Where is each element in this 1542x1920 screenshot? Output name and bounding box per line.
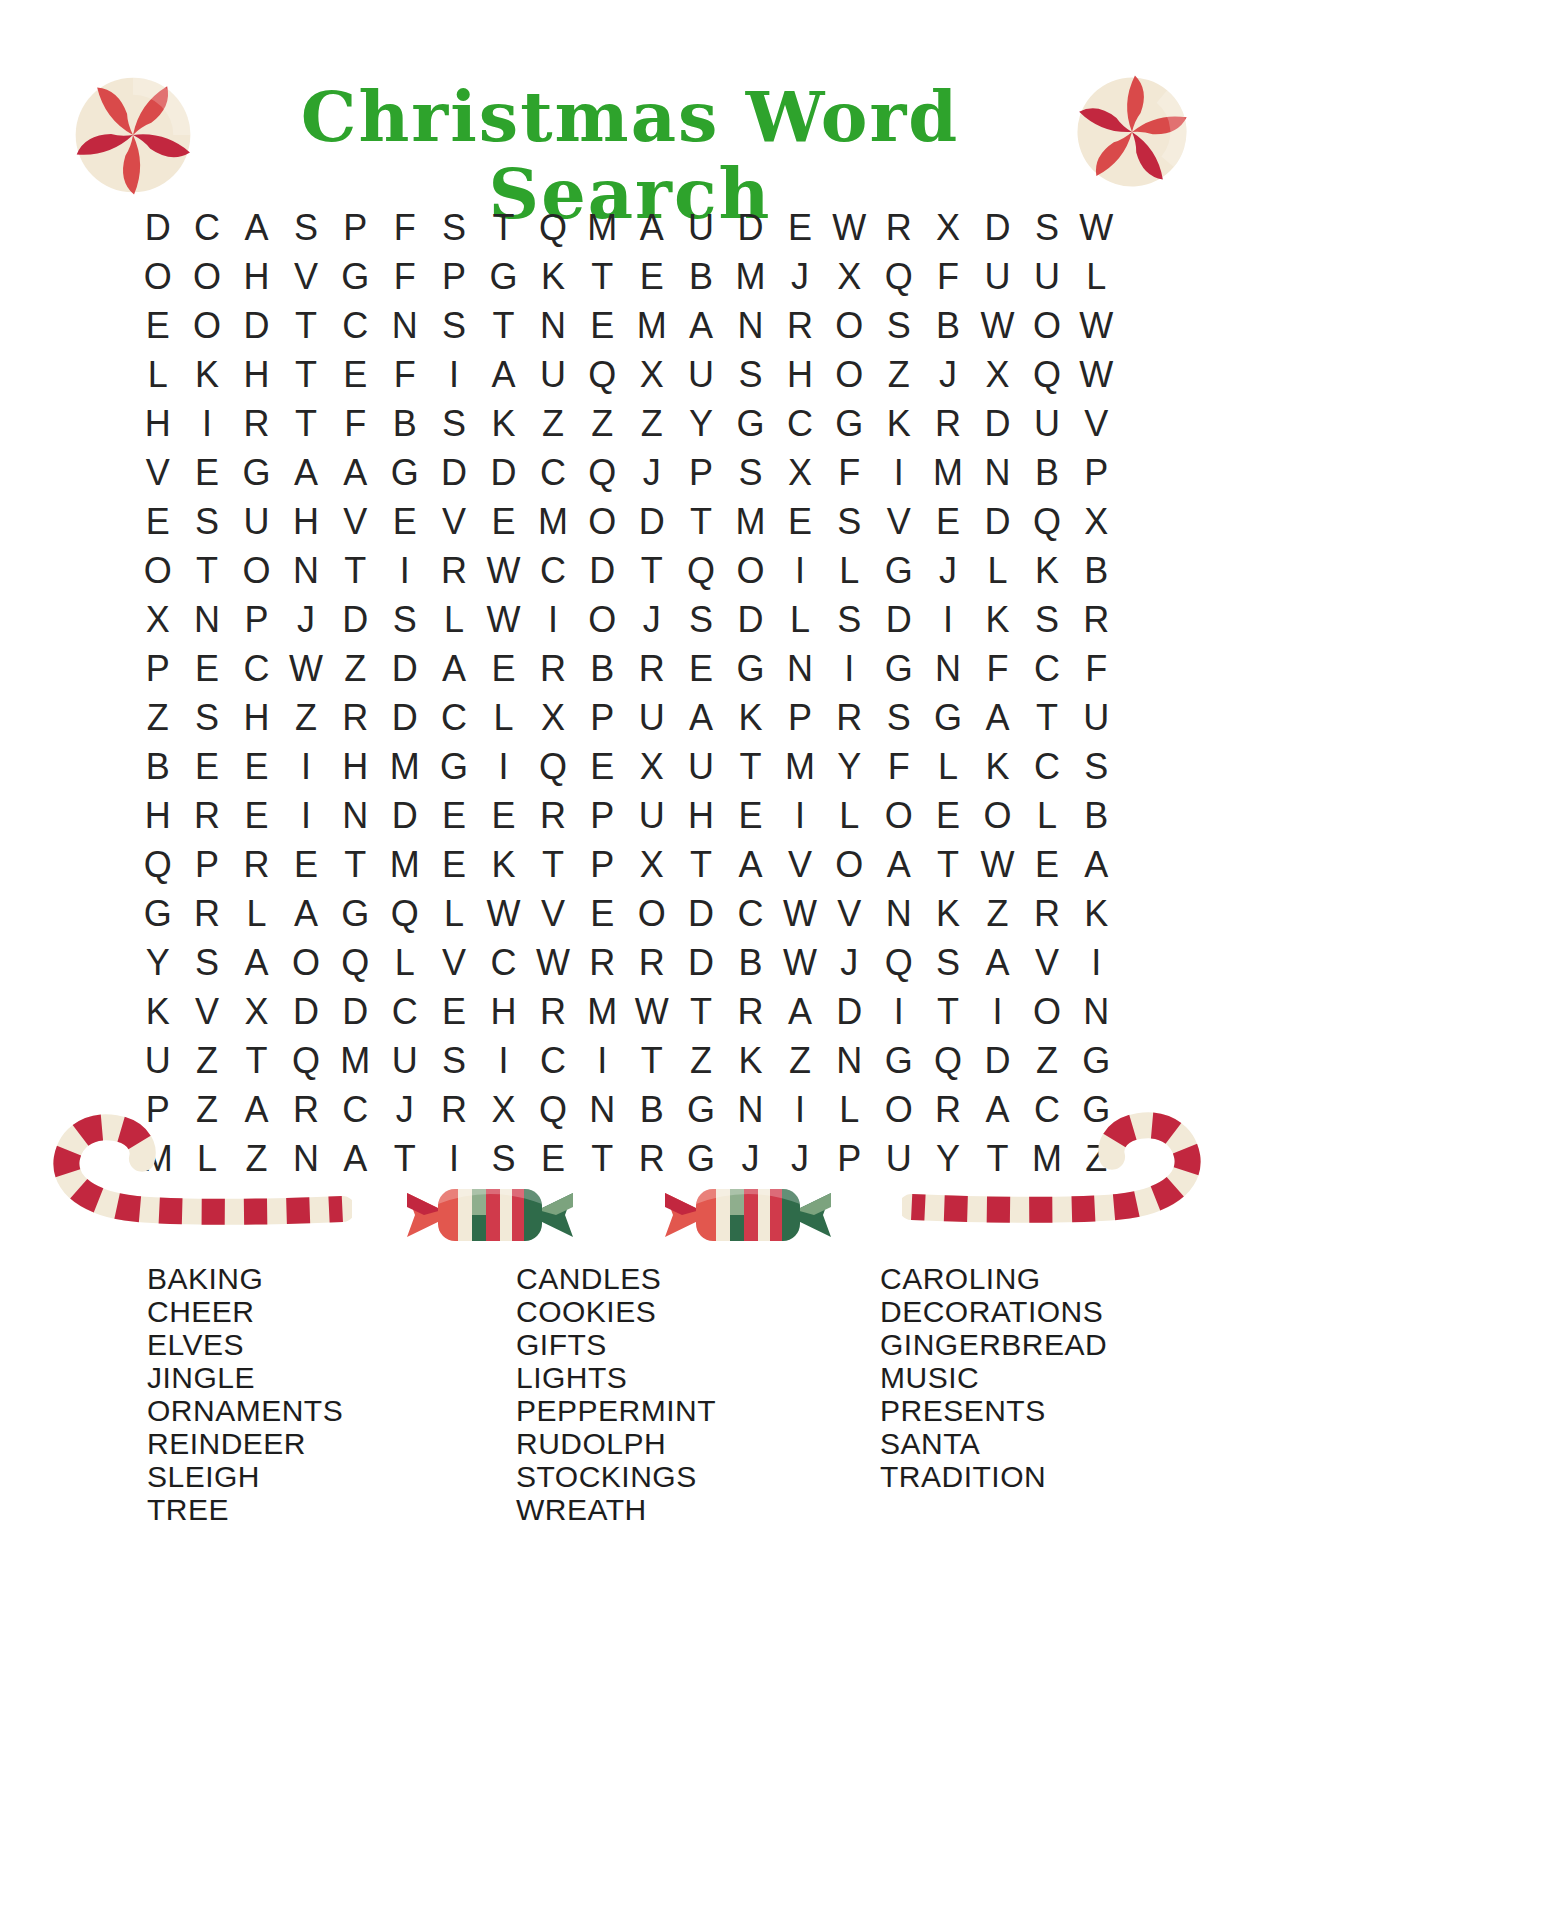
grid-cell-r3c3[interactable]: D [232, 301, 281, 350]
grid-cell-r13c1[interactable]: H [133, 791, 182, 840]
grid-cell-r3c1[interactable]: E [133, 301, 182, 350]
grid-cell-r18c13[interactable]: K [726, 1036, 775, 1085]
grid-cell-r10c7[interactable]: A [429, 644, 478, 693]
grid-cell-r17c20[interactable]: N [1072, 987, 1121, 1036]
grid-cell-r5c14[interactable]: C [775, 399, 824, 448]
grid-cell-r15c19[interactable]: R [1022, 889, 1071, 938]
grid-cell-r3c7[interactable]: S [429, 301, 478, 350]
grid-cell-r17c9[interactable]: R [528, 987, 577, 1036]
grid-cell-r6c14[interactable]: X [775, 448, 824, 497]
grid-cell-r13c18[interactable]: O [973, 791, 1022, 840]
grid-cell-r4c15[interactable]: O [825, 350, 874, 399]
grid-cell-r6c1[interactable]: V [133, 448, 182, 497]
grid-cell-r5c5[interactable]: F [331, 399, 380, 448]
grid-cell-r14c2[interactable]: P [182, 840, 231, 889]
grid-cell-r8c1[interactable]: O [133, 546, 182, 595]
grid-cell-r1c17[interactable]: X [923, 203, 972, 252]
grid-cell-r7c7[interactable]: V [429, 497, 478, 546]
grid-cell-r11c5[interactable]: R [331, 693, 380, 742]
grid-cell-r12c8[interactable]: I [479, 742, 528, 791]
grid-cell-r9c7[interactable]: L [429, 595, 478, 644]
grid-cell-r6c6[interactable]: G [380, 448, 429, 497]
grid-cell-r5c9[interactable]: Z [528, 399, 577, 448]
grid-cell-r1c15[interactable]: W [825, 203, 874, 252]
grid-cell-r13c10[interactable]: P [578, 791, 627, 840]
grid-cell-r11c17[interactable]: G [923, 693, 972, 742]
grid-cell-r9c9[interactable]: I [528, 595, 577, 644]
grid-cell-r14c16[interactable]: A [874, 840, 923, 889]
grid-cell-r8c13[interactable]: O [726, 546, 775, 595]
grid-cell-r19c11[interactable]: B [627, 1085, 676, 1134]
grid-cell-r13c19[interactable]: L [1022, 791, 1071, 840]
grid-cell-r2c3[interactable]: H [232, 252, 281, 301]
grid-cell-r7c8[interactable]: E [479, 497, 528, 546]
grid-cell-r1c10[interactable]: M [578, 203, 627, 252]
grid-cell-r17c4[interactable]: D [281, 987, 330, 1036]
grid-cell-r8c6[interactable]: I [380, 546, 429, 595]
grid-cell-r15c4[interactable]: A [281, 889, 330, 938]
grid-cell-r7c3[interactable]: U [232, 497, 281, 546]
grid-cell-r12c14[interactable]: M [775, 742, 824, 791]
grid-cell-r2c13[interactable]: M [726, 252, 775, 301]
grid-cell-r8c11[interactable]: T [627, 546, 676, 595]
grid-cell-r12c17[interactable]: L [923, 742, 972, 791]
grid-cell-r2c6[interactable]: F [380, 252, 429, 301]
grid-cell-r13c7[interactable]: E [429, 791, 478, 840]
grid-cell-r10c3[interactable]: C [232, 644, 281, 693]
grid-cell-r16c9[interactable]: W [528, 938, 577, 987]
grid-cell-r4c7[interactable]: I [429, 350, 478, 399]
grid-cell-r1c13[interactable]: D [726, 203, 775, 252]
grid-cell-r20c7[interactable]: I [429, 1134, 478, 1183]
grid-cell-r15c18[interactable]: Z [973, 889, 1022, 938]
grid-cell-r16c5[interactable]: Q [331, 938, 380, 987]
grid-cell-r2c10[interactable]: T [578, 252, 627, 301]
grid-cell-r4c3[interactable]: H [232, 350, 281, 399]
grid-cell-r18c9[interactable]: C [528, 1036, 577, 1085]
grid-cell-r11c20[interactable]: U [1072, 693, 1121, 742]
grid-cell-r16c19[interactable]: V [1022, 938, 1071, 987]
grid-cell-r7c19[interactable]: Q [1022, 497, 1071, 546]
grid-cell-r11c11[interactable]: U [627, 693, 676, 742]
grid-cell-r9c13[interactable]: D [726, 595, 775, 644]
grid-cell-r9c20[interactable]: R [1072, 595, 1121, 644]
grid-cell-r3c18[interactable]: W [973, 301, 1022, 350]
grid-cell-r5c1[interactable]: H [133, 399, 182, 448]
grid-cell-r14c20[interactable]: A [1072, 840, 1121, 889]
grid-cell-r6c13[interactable]: S [726, 448, 775, 497]
grid-cell-r3c14[interactable]: R [775, 301, 824, 350]
grid-cell-r4c17[interactable]: J [923, 350, 972, 399]
grid-cell-r1c7[interactable]: S [429, 203, 478, 252]
grid-cell-r7c20[interactable]: X [1072, 497, 1121, 546]
grid-cell-r7c17[interactable]: E [923, 497, 972, 546]
grid-cell-r4c18[interactable]: X [973, 350, 1022, 399]
grid-cell-r15c11[interactable]: O [627, 889, 676, 938]
grid-cell-r6c18[interactable]: N [973, 448, 1022, 497]
grid-cell-r11c1[interactable]: Z [133, 693, 182, 742]
grid-cell-r3c6[interactable]: N [380, 301, 429, 350]
grid-cell-r9c8[interactable]: W [479, 595, 528, 644]
grid-cell-r13c3[interactable]: E [232, 791, 281, 840]
grid-cell-r9c11[interactable]: J [627, 595, 676, 644]
grid-cell-r7c10[interactable]: O [578, 497, 627, 546]
grid-cell-r19c6[interactable]: J [380, 1085, 429, 1134]
grid-cell-r6c20[interactable]: P [1072, 448, 1121, 497]
grid-cell-r5c17[interactable]: R [923, 399, 972, 448]
grid-cell-r9c18[interactable]: K [973, 595, 1022, 644]
grid-cell-r19c12[interactable]: G [676, 1085, 725, 1134]
grid-cell-r14c14[interactable]: V [775, 840, 824, 889]
grid-cell-r2c20[interactable]: L [1072, 252, 1121, 301]
grid-cell-r11c19[interactable]: T [1022, 693, 1071, 742]
grid-cell-r18c10[interactable]: I [578, 1036, 627, 1085]
grid-cell-r12c13[interactable]: T [726, 742, 775, 791]
grid-cell-r6c5[interactable]: A [331, 448, 380, 497]
grid-cell-r12c11[interactable]: X [627, 742, 676, 791]
grid-cell-r16c7[interactable]: V [429, 938, 478, 987]
grid-cell-r15c17[interactable]: K [923, 889, 972, 938]
grid-cell-r19c8[interactable]: X [479, 1085, 528, 1134]
grid-cell-r15c5[interactable]: G [331, 889, 380, 938]
grid-cell-r1c20[interactable]: W [1072, 203, 1121, 252]
grid-cell-r3c9[interactable]: N [528, 301, 577, 350]
grid-cell-r10c17[interactable]: N [923, 644, 972, 693]
grid-cell-r11c8[interactable]: L [479, 693, 528, 742]
grid-cell-r7c5[interactable]: V [331, 497, 380, 546]
grid-cell-r13c14[interactable]: I [775, 791, 824, 840]
grid-cell-r6c3[interactable]: G [232, 448, 281, 497]
grid-cell-r1c19[interactable]: S [1022, 203, 1071, 252]
grid-cell-r8c7[interactable]: R [429, 546, 478, 595]
grid-cell-r6c19[interactable]: B [1022, 448, 1071, 497]
grid-cell-r10c11[interactable]: R [627, 644, 676, 693]
grid-cell-r18c11[interactable]: T [627, 1036, 676, 1085]
grid-cell-r17c14[interactable]: A [775, 987, 824, 1036]
grid-cell-r15c1[interactable]: G [133, 889, 182, 938]
grid-cell-r2c5[interactable]: G [331, 252, 380, 301]
grid-cell-r10c10[interactable]: B [578, 644, 627, 693]
grid-cell-r15c6[interactable]: Q [380, 889, 429, 938]
grid-cell-r10c2[interactable]: E [182, 644, 231, 693]
grid-cell-r9c16[interactable]: D [874, 595, 923, 644]
grid-cell-r7c9[interactable]: M [528, 497, 577, 546]
grid-cell-r9c6[interactable]: S [380, 595, 429, 644]
grid-cell-r13c4[interactable]: I [281, 791, 330, 840]
grid-cell-r19c14[interactable]: I [775, 1085, 824, 1134]
grid-cell-r14c1[interactable]: Q [133, 840, 182, 889]
grid-cell-r17c7[interactable]: E [429, 987, 478, 1036]
grid-cell-r17c19[interactable]: O [1022, 987, 1071, 1036]
grid-cell-r8c4[interactable]: N [281, 546, 330, 595]
grid-cell-r9c15[interactable]: S [825, 595, 874, 644]
grid-cell-r6c12[interactable]: P [676, 448, 725, 497]
grid-cell-r6c11[interactable]: J [627, 448, 676, 497]
grid-cell-r3c12[interactable]: A [676, 301, 725, 350]
grid-cell-r16c20[interactable]: I [1072, 938, 1121, 987]
grid-cell-r4c19[interactable]: Q [1022, 350, 1071, 399]
grid-cell-r4c4[interactable]: T [281, 350, 330, 399]
grid-cell-r13c13[interactable]: E [726, 791, 775, 840]
grid-cell-r2c16[interactable]: Q [874, 252, 923, 301]
grid-cell-r8c19[interactable]: K [1022, 546, 1071, 595]
grid-cell-r4c8[interactable]: A [479, 350, 528, 399]
grid-cell-r20c12[interactable]: G [676, 1134, 725, 1183]
grid-cell-r2c15[interactable]: X [825, 252, 874, 301]
grid-cell-r4c2[interactable]: K [182, 350, 231, 399]
grid-cell-r18c7[interactable]: S [429, 1036, 478, 1085]
grid-cell-r4c20[interactable]: W [1072, 350, 1121, 399]
grid-cell-r12c12[interactable]: U [676, 742, 725, 791]
grid-cell-r16c18[interactable]: A [973, 938, 1022, 987]
grid-cell-r10c5[interactable]: Z [331, 644, 380, 693]
grid-cell-r3c2[interactable]: O [182, 301, 231, 350]
grid-cell-r9c5[interactable]: D [331, 595, 380, 644]
grid-cell-r6c9[interactable]: C [528, 448, 577, 497]
grid-cell-r18c3[interactable]: T [232, 1036, 281, 1085]
grid-cell-r14c10[interactable]: P [578, 840, 627, 889]
grid-cell-r12c1[interactable]: B [133, 742, 182, 791]
grid-cell-r10c15[interactable]: I [825, 644, 874, 693]
grid-cell-r18c2[interactable]: Z [182, 1036, 231, 1085]
grid-cell-r1c4[interactable]: S [281, 203, 330, 252]
grid-cell-r7c6[interactable]: E [380, 497, 429, 546]
grid-cell-r17c18[interactable]: I [973, 987, 1022, 1036]
grid-cell-r10c19[interactable]: C [1022, 644, 1071, 693]
grid-cell-r2c4[interactable]: V [281, 252, 330, 301]
grid-cell-r2c17[interactable]: F [923, 252, 972, 301]
grid-cell-r2c7[interactable]: P [429, 252, 478, 301]
grid-cell-r7c15[interactable]: S [825, 497, 874, 546]
grid-cell-r15c10[interactable]: E [578, 889, 627, 938]
grid-cell-r10c16[interactable]: G [874, 644, 923, 693]
grid-cell-r5c10[interactable]: Z [578, 399, 627, 448]
grid-cell-r10c13[interactable]: G [726, 644, 775, 693]
grid-cell-r4c9[interactable]: U [528, 350, 577, 399]
grid-cell-r17c5[interactable]: D [331, 987, 380, 1036]
grid-cell-r17c1[interactable]: K [133, 987, 182, 1036]
grid-cell-r5c4[interactable]: T [281, 399, 330, 448]
grid-cell-r18c18[interactable]: D [973, 1036, 1022, 1085]
grid-cell-r8c3[interactable]: O [232, 546, 281, 595]
grid-cell-r17c6[interactable]: C [380, 987, 429, 1036]
grid-cell-r3c20[interactable]: W [1072, 301, 1121, 350]
grid-cell-r1c12[interactable]: U [676, 203, 725, 252]
grid-cell-r13c8[interactable]: E [479, 791, 528, 840]
grid-cell-r14c12[interactable]: T [676, 840, 725, 889]
grid-cell-r1c9[interactable]: Q [528, 203, 577, 252]
grid-cell-r2c9[interactable]: K [528, 252, 577, 301]
grid-cell-r18c19[interactable]: Z [1022, 1036, 1071, 1085]
grid-cell-r20c8[interactable]: S [479, 1134, 528, 1183]
grid-cell-r8c2[interactable]: T [182, 546, 231, 595]
grid-cell-r20c10[interactable]: T [578, 1134, 627, 1183]
grid-cell-r5c20[interactable]: V [1072, 399, 1121, 448]
grid-cell-r17c17[interactable]: T [923, 987, 972, 1036]
grid-cell-r6c16[interactable]: I [874, 448, 923, 497]
grid-cell-r4c5[interactable]: E [331, 350, 380, 399]
grid-cell-r8c17[interactable]: J [923, 546, 972, 595]
grid-cell-r16c1[interactable]: Y [133, 938, 182, 987]
grid-cell-r14c15[interactable]: O [825, 840, 874, 889]
grid-cell-r10c9[interactable]: R [528, 644, 577, 693]
grid-cell-r11c6[interactable]: D [380, 693, 429, 742]
grid-cell-r16c4[interactable]: O [281, 938, 330, 987]
grid-cell-r16c6[interactable]: L [380, 938, 429, 987]
grid-cell-r10c8[interactable]: E [479, 644, 528, 693]
grid-cell-r5c3[interactable]: R [232, 399, 281, 448]
grid-cell-r12c4[interactable]: I [281, 742, 330, 791]
grid-cell-r4c12[interactable]: U [676, 350, 725, 399]
grid-cell-r3c5[interactable]: C [331, 301, 380, 350]
grid-cell-r14c5[interactable]: T [331, 840, 380, 889]
grid-cell-r18c20[interactable]: G [1072, 1036, 1121, 1085]
grid-cell-r8c16[interactable]: G [874, 546, 923, 595]
grid-cell-r20c15[interactable]: P [825, 1134, 874, 1183]
grid-cell-r20c14[interactable]: J [775, 1134, 824, 1183]
grid-cell-r15c8[interactable]: W [479, 889, 528, 938]
grid-cell-r14c19[interactable]: E [1022, 840, 1071, 889]
grid-cell-r11c9[interactable]: X [528, 693, 577, 742]
grid-cell-r1c6[interactable]: F [380, 203, 429, 252]
grid-cell-r14c7[interactable]: E [429, 840, 478, 889]
grid-cell-r17c12[interactable]: T [676, 987, 725, 1036]
grid-cell-r4c11[interactable]: X [627, 350, 676, 399]
grid-cell-r14c18[interactable]: W [973, 840, 1022, 889]
grid-cell-r6c7[interactable]: D [429, 448, 478, 497]
grid-cell-r10c18[interactable]: F [973, 644, 1022, 693]
grid-cell-r14c6[interactable]: M [380, 840, 429, 889]
grid-cell-r15c7[interactable]: L [429, 889, 478, 938]
grid-cell-r12c10[interactable]: E [578, 742, 627, 791]
grid-cell-r10c4[interactable]: W [281, 644, 330, 693]
grid-cell-r6c17[interactable]: M [923, 448, 972, 497]
grid-cell-r2c8[interactable]: G [479, 252, 528, 301]
grid-cell-r13c20[interactable]: B [1072, 791, 1121, 840]
grid-cell-r2c11[interactable]: E [627, 252, 676, 301]
grid-cell-r15c9[interactable]: V [528, 889, 577, 938]
grid-cell-r14c3[interactable]: R [232, 840, 281, 889]
grid-cell-r2c2[interactable]: O [182, 252, 231, 301]
grid-cell-r5c12[interactable]: Y [676, 399, 725, 448]
grid-cell-r1c2[interactable]: C [182, 203, 231, 252]
grid-cell-r11c13[interactable]: K [726, 693, 775, 742]
grid-cell-r2c19[interactable]: U [1022, 252, 1071, 301]
grid-cell-r17c15[interactable]: D [825, 987, 874, 1036]
grid-cell-r13c2[interactable]: R [182, 791, 231, 840]
grid-cell-r4c16[interactable]: Z [874, 350, 923, 399]
grid-cell-r15c16[interactable]: N [874, 889, 923, 938]
grid-cell-r3c13[interactable]: N [726, 301, 775, 350]
grid-cell-r16c13[interactable]: B [726, 938, 775, 987]
grid-cell-r3c8[interactable]: T [479, 301, 528, 350]
grid-cell-r8c15[interactable]: L [825, 546, 874, 595]
grid-cell-r9c12[interactable]: S [676, 595, 725, 644]
grid-cell-r1c5[interactable]: P [331, 203, 380, 252]
grid-cell-r1c18[interactable]: D [973, 203, 1022, 252]
grid-cell-r6c4[interactable]: A [281, 448, 330, 497]
grid-cell-r11c18[interactable]: A [973, 693, 1022, 742]
grid-cell-r4c10[interactable]: Q [578, 350, 627, 399]
grid-cell-r6c15[interactable]: F [825, 448, 874, 497]
grid-cell-r11c12[interactable]: A [676, 693, 725, 742]
grid-cell-r16c14[interactable]: W [775, 938, 824, 987]
grid-cell-r6c8[interactable]: D [479, 448, 528, 497]
grid-cell-r5c11[interactable]: Z [627, 399, 676, 448]
grid-cell-r17c16[interactable]: I [874, 987, 923, 1036]
grid-cell-r8c8[interactable]: W [479, 546, 528, 595]
grid-cell-r18c8[interactable]: I [479, 1036, 528, 1085]
grid-cell-r15c3[interactable]: L [232, 889, 281, 938]
grid-cell-r13c17[interactable]: E [923, 791, 972, 840]
grid-cell-r12c2[interactable]: E [182, 742, 231, 791]
grid-cell-r3c4[interactable]: T [281, 301, 330, 350]
grid-cell-r10c14[interactable]: N [775, 644, 824, 693]
grid-cell-r2c12[interactable]: B [676, 252, 725, 301]
grid-cell-r12c3[interactable]: E [232, 742, 281, 791]
grid-cell-r18c14[interactable]: Z [775, 1036, 824, 1085]
grid-cell-r15c2[interactable]: R [182, 889, 231, 938]
grid-cell-r17c11[interactable]: W [627, 987, 676, 1036]
grid-cell-r16c12[interactable]: D [676, 938, 725, 987]
grid-cell-r18c6[interactable]: U [380, 1036, 429, 1085]
grid-cell-r17c2[interactable]: V [182, 987, 231, 1036]
grid-cell-r9c10[interactable]: O [578, 595, 627, 644]
grid-cell-r7c11[interactable]: D [627, 497, 676, 546]
grid-cell-r12c18[interactable]: K [973, 742, 1022, 791]
grid-cell-r1c3[interactable]: A [232, 203, 281, 252]
grid-cell-r13c12[interactable]: H [676, 791, 725, 840]
grid-cell-r8c12[interactable]: Q [676, 546, 725, 595]
grid-cell-r16c15[interactable]: J [825, 938, 874, 987]
grid-cell-r16c16[interactable]: Q [874, 938, 923, 987]
grid-cell-r14c17[interactable]: T [923, 840, 972, 889]
grid-cell-r8c10[interactable]: D [578, 546, 627, 595]
grid-cell-r20c9[interactable]: E [528, 1134, 577, 1183]
grid-cell-r16c10[interactable]: R [578, 938, 627, 987]
grid-cell-r14c9[interactable]: T [528, 840, 577, 889]
grid-cell-r8c14[interactable]: I [775, 546, 824, 595]
grid-cell-r20c11[interactable]: R [627, 1134, 676, 1183]
grid-cell-r1c14[interactable]: E [775, 203, 824, 252]
grid-cell-r18c1[interactable]: U [133, 1036, 182, 1085]
grid-cell-r19c9[interactable]: Q [528, 1085, 577, 1134]
grid-cell-r3c10[interactable]: E [578, 301, 627, 350]
grid-cell-r11c14[interactable]: P [775, 693, 824, 742]
grid-cell-r11c2[interactable]: S [182, 693, 231, 742]
grid-cell-r11c10[interactable]: P [578, 693, 627, 742]
grid-cell-r7c4[interactable]: H [281, 497, 330, 546]
grid-cell-r3c19[interactable]: O [1022, 301, 1071, 350]
grid-cell-r5c13[interactable]: G [726, 399, 775, 448]
grid-cell-r1c16[interactable]: R [874, 203, 923, 252]
grid-cell-r12c9[interactable]: Q [528, 742, 577, 791]
grid-cell-r5c6[interactable]: B [380, 399, 429, 448]
grid-cell-r12c16[interactable]: F [874, 742, 923, 791]
grid-cell-r11c16[interactable]: S [874, 693, 923, 742]
grid-cell-r14c8[interactable]: K [479, 840, 528, 889]
grid-cell-r15c20[interactable]: K [1072, 889, 1121, 938]
grid-cell-r12c6[interactable]: M [380, 742, 429, 791]
grid-cell-r7c13[interactable]: M [726, 497, 775, 546]
grid-cell-r13c9[interactable]: R [528, 791, 577, 840]
grid-cell-r19c13[interactable]: N [726, 1085, 775, 1134]
grid-cell-r3c15[interactable]: O [825, 301, 874, 350]
grid-cell-r12c7[interactable]: G [429, 742, 478, 791]
grid-cell-r7c14[interactable]: E [775, 497, 824, 546]
grid-cell-r7c16[interactable]: V [874, 497, 923, 546]
grid-cell-r14c13[interactable]: A [726, 840, 775, 889]
